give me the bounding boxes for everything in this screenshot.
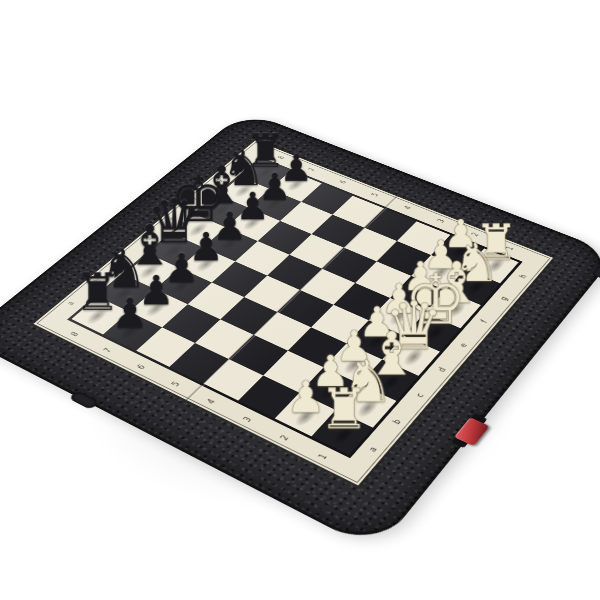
square-b2[interactable]: [299, 367, 359, 409]
square-b5[interactable]: [195, 320, 253, 359]
square-f1[interactable]: [425, 291, 481, 329]
square-d1[interactable]: [382, 336, 440, 376]
square-a7[interactable]: [103, 312, 162, 351]
hinge-clasp: [68, 390, 99, 410]
square-e1[interactable]: [404, 313, 461, 352]
square-a1[interactable]: [311, 410, 373, 455]
piece-shadow: [114, 320, 145, 343]
piece-shadow: [81, 305, 112, 327]
piece-shadow: [315, 378, 345, 403]
piece-shadow: [399, 345, 428, 369]
square-a3[interactable]: [238, 375, 299, 418]
square-c1[interactable]: [359, 359, 418, 401]
square-a4[interactable]: [203, 359, 263, 401]
piece-shadow: [352, 395, 382, 420]
square-c3[interactable]: [288, 328, 346, 368]
piece-shadow: [339, 353, 369, 377]
frame-foot: [592, 266, 600, 279]
product-photo-stage: abcdefgh abcdefgh 87654321 87654321 ♜♞♝♛…: [0, 0, 600, 600]
piece-shadow: [362, 329, 391, 352]
piece-shadow: [290, 404, 321, 430]
square-b7[interactable]: [130, 289, 187, 327]
square-c4[interactable]: [253, 312, 311, 351]
square-a5[interactable]: [169, 343, 229, 384]
square-d4[interactable]: [277, 290, 334, 328]
square-b4[interactable]: [229, 335, 288, 375]
piece-shadow: [327, 422, 358, 448]
scene-3d: abcdefgh abcdefgh 87654321 87654321 ♜♞♝♛…: [0, 0, 600, 600]
square-a6[interactable]: [136, 327, 195, 367]
square-c2[interactable]: [323, 343, 382, 384]
piece-shadow: [141, 297, 171, 319]
square-d2[interactable]: [346, 320, 404, 359]
square-b6[interactable]: [162, 304, 220, 342]
square-b1[interactable]: [336, 384, 397, 427]
piece-shadow: [376, 370, 406, 395]
piece-shadow: [421, 321, 449, 344]
piece-shadow: [384, 306, 412, 328]
square-a2[interactable]: [274, 392, 335, 436]
square-e2[interactable]: [368, 298, 424, 336]
piece-shadow: [442, 298, 469, 320]
square-a8[interactable]: [71, 297, 129, 335]
square-d3[interactable]: [311, 305, 368, 343]
square-b3[interactable]: [264, 351, 323, 392]
square-c5[interactable]: [220, 297, 277, 335]
